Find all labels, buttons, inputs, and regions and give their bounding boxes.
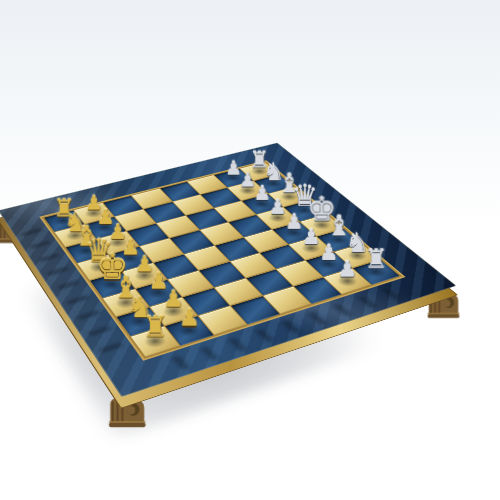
product-photo-stage: ♜♟♟♜♞♟♟♞♝♟♟♝♛♟♟♛♚♟♟♚♝♟♟♝♞♟♟♞♜♟♟♜ xyxy=(0,0,500,500)
chess-board: ♜♟♟♜♞♟♟♞♝♟♟♝♛♟♟♛♚♟♟♚♝♟♟♝♞♟♟♞♜♟♟♜ xyxy=(0,143,456,397)
piece-black-pawn-h7[interactable]: ♟ xyxy=(324,233,370,282)
piece-white-rook-h1[interactable]: ♜ xyxy=(130,289,180,342)
